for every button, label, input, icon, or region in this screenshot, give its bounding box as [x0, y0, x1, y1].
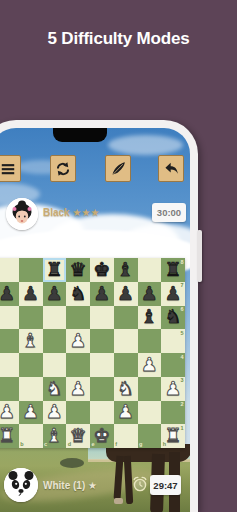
square-c3[interactable]: ♞ [43, 377, 67, 401]
square-e3[interactable] [90, 377, 114, 401]
phone-frame: Black ★★★ 30:00 ♜♛♚♝♜8♟♟♟♞♟♟♟♟7♝♞6♝♟5♟4♞… [0, 120, 198, 512]
square-h2[interactable]: 2 [161, 401, 185, 425]
square-a5[interactable] [0, 329, 19, 353]
square-g1[interactable]: g [138, 424, 162, 448]
square-c8[interactable]: ♜ [43, 258, 67, 282]
square-g5[interactable] [138, 329, 162, 353]
black-queen[interactable]: ♛ [66, 258, 90, 282]
square-f1[interactable]: f [114, 424, 138, 448]
black-king[interactable]: ♚ [90, 258, 114, 282]
white-rook[interactable]: ♜ [0, 424, 19, 448]
square-g4[interactable]: ♟ [138, 353, 162, 377]
white-player-name: White (1) ★ [43, 480, 97, 491]
app-screen: Black ★★★ 30:00 ♜♛♚♝♜8♟♟♟♞♟♟♟♟7♝♞6♝♟5♟4♞… [0, 128, 190, 512]
square-d2[interactable] [66, 401, 90, 425]
black-pawn[interactable]: ♟ [43, 282, 67, 306]
white-pawn[interactable]: ♟ [43, 401, 67, 425]
white-pawn[interactable]: ♟ [0, 401, 19, 425]
square-a8[interactable] [0, 258, 19, 282]
black-pawn[interactable]: ♟ [138, 282, 162, 306]
white-pawn[interactable]: ♟ [114, 401, 138, 425]
black-bishop[interactable]: ♝ [138, 306, 162, 330]
square-c2[interactable]: ♟ [43, 401, 67, 425]
rank-coordinate-label: 2 [180, 402, 183, 408]
girl-avatar-icon [6, 198, 38, 230]
rank-coordinate-label: 3 [180, 378, 183, 384]
square-f4[interactable] [114, 353, 138, 377]
power-button [197, 230, 202, 282]
square-c6[interactable] [43, 306, 67, 330]
square-f8[interactable]: ♝ [114, 258, 138, 282]
restart-button[interactable] [50, 155, 76, 182]
square-e8[interactable]: ♚ [90, 258, 114, 282]
square-e2[interactable] [90, 401, 114, 425]
white-pawn[interactable]: ♟ [19, 401, 43, 425]
rank-coordinate-label: 7 [180, 283, 183, 289]
square-d8[interactable]: ♛ [66, 258, 90, 282]
square-h8[interactable]: ♜8 [161, 258, 185, 282]
square-a6[interactable] [0, 306, 19, 330]
square-a3[interactable] [0, 377, 19, 401]
square-c7[interactable]: ♟ [43, 282, 67, 306]
square-f2[interactable]: ♟ [114, 401, 138, 425]
square-a4[interactable] [0, 353, 19, 377]
square-g2[interactable] [138, 401, 162, 425]
white-knight[interactable]: ♞ [43, 377, 67, 401]
file-coordinate-label: e [92, 442, 95, 448]
square-f7[interactable]: ♟ [114, 282, 138, 306]
feather-icon [110, 160, 127, 177]
restart-icon [54, 160, 72, 178]
black-time-value: 30:00 [157, 207, 181, 218]
square-d7[interactable]: ♞ [66, 282, 90, 306]
square-h4[interactable]: 4 [161, 353, 185, 377]
square-b7[interactable]: ♟ [19, 282, 43, 306]
black-pawn[interactable]: ♟ [90, 282, 114, 306]
square-a7[interactable]: ♟ [0, 282, 19, 306]
square-b5[interactable]: ♝ [19, 329, 43, 353]
file-coordinate-label: c [44, 442, 47, 448]
square-b6[interactable] [19, 306, 43, 330]
panda-avatar-icon [4, 468, 38, 502]
black-knight[interactable]: ♞ [66, 282, 90, 306]
black-pawn[interactable]: ♟ [19, 282, 43, 306]
rank-coordinate-label: 4 [180, 355, 183, 361]
black-pawn[interactable]: ♟ [114, 282, 138, 306]
square-b1[interactable]: b [19, 424, 43, 448]
square-b2[interactable]: ♟ [19, 401, 43, 425]
white-player-timer: 29:47 [150, 475, 181, 495]
player-row-white: White (1) ★ 29:47 [0, 466, 190, 506]
square-f3[interactable]: ♞ [114, 377, 138, 401]
square-b8[interactable] [19, 258, 43, 282]
undo-icon [163, 160, 180, 177]
rank-coordinate-label: 6 [180, 307, 183, 313]
square-e6[interactable] [90, 306, 114, 330]
square-c5[interactable] [43, 329, 67, 353]
player-row-black: Black ★★★ 30:00 [0, 196, 190, 232]
phone-notch [53, 128, 107, 142]
square-c1[interactable]: ♝c [43, 424, 67, 448]
black-rook[interactable]: ♜ [43, 258, 67, 282]
white-pawn[interactable]: ♟ [66, 377, 90, 401]
square-g6[interactable]: ♝ [138, 306, 162, 330]
file-coordinate-label: b [20, 442, 23, 448]
square-h6[interactable]: ♞6 [161, 306, 185, 330]
square-d5[interactable]: ♟ [66, 329, 90, 353]
white-bishop[interactable]: ♝ [19, 329, 43, 353]
square-f6[interactable] [114, 306, 138, 330]
white-knight[interactable]: ♞ [114, 377, 138, 401]
square-a1[interactable]: ♜a [0, 424, 19, 448]
square-e4[interactable] [90, 353, 114, 377]
file-coordinate-label: d [68, 442, 71, 448]
active-turn-clock-icon [131, 475, 149, 493]
rank-coordinate-label: 5 [180, 331, 183, 337]
file-coordinate-label: f [115, 442, 117, 448]
square-h7[interactable]: ♟7 [161, 282, 185, 306]
square-d6[interactable] [66, 306, 90, 330]
square-e1[interactable]: ♚e [90, 424, 114, 448]
rank-coordinate-label: 8 [180, 260, 183, 266]
menu-button[interactable] [0, 155, 21, 182]
square-h5[interactable]: 5 [161, 329, 185, 353]
square-d1[interactable]: ♛d [66, 424, 90, 448]
square-g8[interactable] [138, 258, 162, 282]
square-g7[interactable]: ♟ [138, 282, 162, 306]
menu-icon [0, 161, 16, 177]
white-time-value: 29:47 [153, 480, 177, 491]
square-b4[interactable] [19, 353, 43, 377]
square-e7[interactable]: ♟ [90, 282, 114, 306]
square-a2[interactable]: ♟ [0, 401, 19, 425]
rank-coordinate-label: 1 [180, 426, 183, 432]
cloud [108, 135, 183, 155]
file-coordinate-label: g [139, 442, 142, 448]
square-b3[interactable] [19, 377, 43, 401]
square-e5[interactable] [90, 329, 114, 353]
square-g3[interactable] [138, 377, 162, 401]
square-f5[interactable] [114, 329, 138, 353]
file-coordinate-label: h [163, 442, 166, 448]
undo-button[interactable] [158, 155, 184, 182]
black-player-avatar [6, 198, 38, 230]
chess-board[interactable]: ♜♛♚♝♜8♟♟♟♞♟♟♟♟7♝♞6♝♟5♟4♞♟♞♟3♟♟♟♟2♜ab♝c♛d… [0, 258, 185, 448]
square-d4[interactable] [66, 353, 90, 377]
square-d3[interactable]: ♟ [66, 377, 90, 401]
square-c4[interactable] [43, 353, 67, 377]
white-pawn[interactable]: ♟ [66, 329, 90, 353]
square-h1[interactable]: ♜1h [161, 424, 185, 448]
square-h3[interactable]: ♟3 [161, 377, 185, 401]
black-bishop[interactable]: ♝ [114, 258, 138, 282]
white-player-avatar [4, 468, 38, 502]
black-player-name: Black ★★★ [43, 207, 99, 218]
hint-button[interactable] [105, 155, 131, 182]
black-player-timer: 30:00 [152, 203, 186, 222]
black-pawn[interactable]: ♟ [0, 282, 19, 306]
white-pawn[interactable]: ♟ [138, 353, 162, 377]
page-title: 5 Difficulty Modes [0, 29, 237, 49]
